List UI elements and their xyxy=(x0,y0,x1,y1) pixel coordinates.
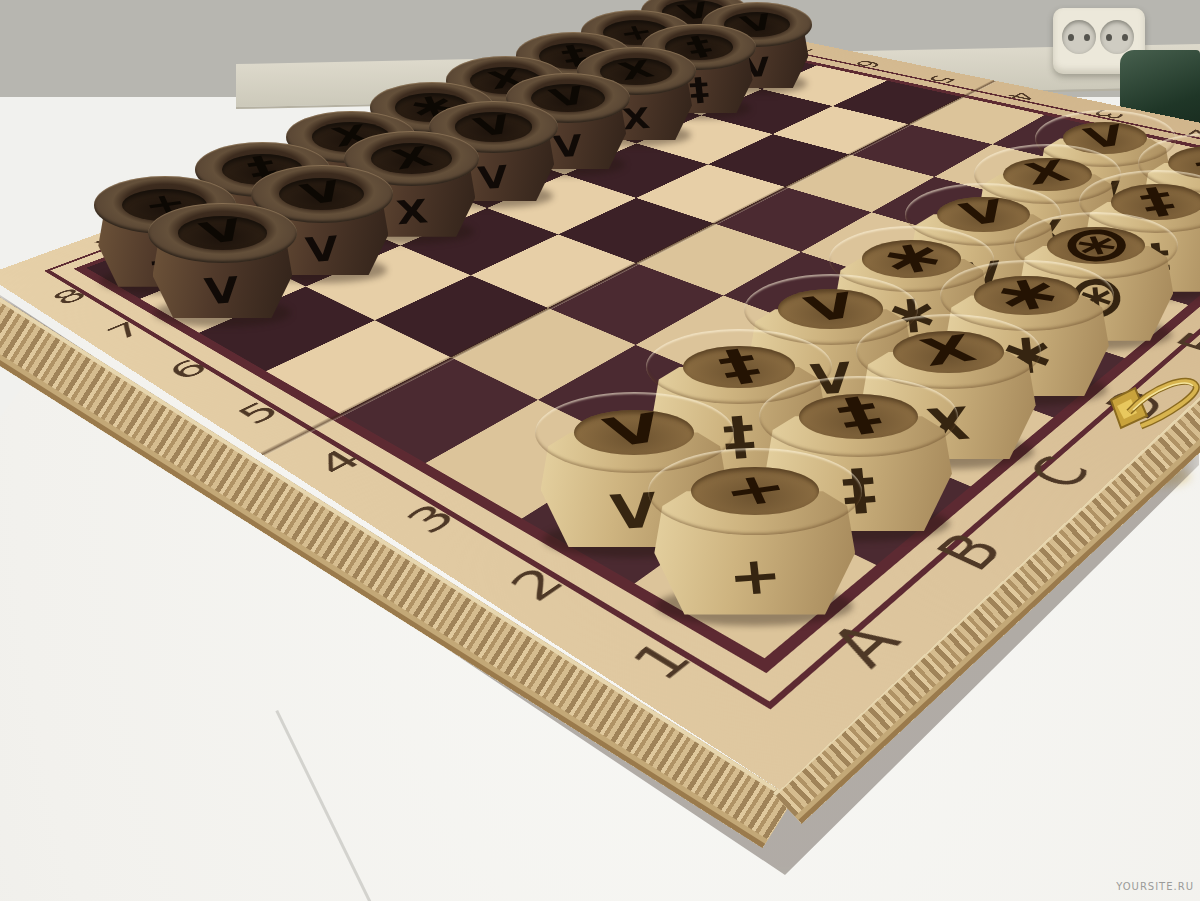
watermark: YOURSITE.RU xyxy=(1116,881,1194,892)
piece-black-V-a7[interactable]: VV xyxy=(148,203,297,319)
piece-white-+-a1[interactable]: ++ xyxy=(648,448,862,615)
piece-hollow xyxy=(691,467,819,516)
piece-top-rim xyxy=(759,376,958,457)
piece-top-rim xyxy=(648,448,862,535)
piece-top-rim xyxy=(148,203,297,263)
piece-hollow xyxy=(799,394,918,439)
photo-stage: ABCDEFGH ABCDEFGH 87654321 87654321 ++‡‡… xyxy=(0,0,1200,901)
piece-hollow xyxy=(974,276,1079,316)
piece-hollow xyxy=(1047,227,1146,264)
socket-icon xyxy=(1100,20,1134,54)
socket-icon xyxy=(1062,20,1096,54)
piece-hollow xyxy=(893,331,1004,373)
piece-hollow xyxy=(178,216,267,250)
brass-latch-icon xyxy=(1103,366,1200,452)
